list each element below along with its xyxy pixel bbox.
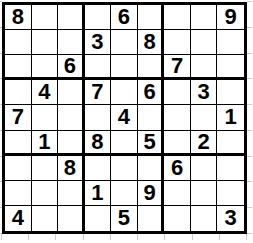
cell-r7c9[interactable]	[217, 156, 244, 181]
cell-r6c9[interactable]	[217, 131, 244, 156]
cell-r9c8[interactable]	[191, 206, 218, 231]
cell-r7c3[interactable]: 8	[58, 156, 85, 181]
cell-r2c9[interactable]	[217, 30, 244, 55]
sudoku-screenshot: 8693867476374118528619453	[0, 0, 253, 243]
cell-r2c6[interactable]: 8	[138, 30, 165, 55]
sudoku-board: 8693867476374118528619453	[2, 2, 247, 234]
cell-r8c7[interactable]	[164, 181, 191, 206]
cell-r6c7[interactable]	[164, 131, 191, 156]
grid-tick-right	[247, 78, 252, 79]
cell-r1c1[interactable]: 8	[5, 5, 32, 30]
cell-r3c5[interactable]	[111, 55, 138, 80]
cell-r4c6[interactable]: 6	[138, 80, 165, 105]
cell-r3c6[interactable]	[138, 55, 165, 80]
cell-r3c1[interactable]	[5, 55, 32, 80]
cell-r3c7[interactable]: 7	[164, 55, 191, 80]
cell-r1c9[interactable]: 9	[217, 5, 244, 30]
cell-r9c5[interactable]: 5	[111, 206, 138, 231]
cell-r8c3[interactable]	[58, 181, 85, 206]
grid-tick-bottom	[110, 234, 111, 240]
grid-tick-right	[247, 104, 252, 105]
cell-r3c8[interactable]	[191, 55, 218, 80]
cell-r4c5[interactable]	[111, 80, 138, 105]
cell-r6c4[interactable]: 8	[85, 131, 112, 156]
cell-r9c2[interactable]	[32, 206, 59, 231]
cell-r1c2[interactable]	[32, 5, 59, 30]
cell-r7c7[interactable]: 6	[164, 156, 191, 181]
cell-r5c7[interactable]	[164, 105, 191, 130]
grid-tick-bottom	[137, 234, 138, 240]
grid-tick-right	[247, 53, 252, 54]
cell-r4c7[interactable]	[164, 80, 191, 105]
cell-r3c9[interactable]	[217, 55, 244, 80]
cell-r8c9[interactable]	[217, 181, 244, 206]
cell-r9c7[interactable]	[164, 206, 191, 231]
cell-r4c4[interactable]: 7	[85, 80, 112, 105]
cell-r4c3[interactable]	[58, 80, 85, 105]
grid-tick-bottom	[164, 234, 165, 240]
cell-r5c9[interactable]: 1	[217, 105, 244, 130]
grid-tick-bottom	[55, 234, 56, 240]
cell-r1c8[interactable]	[191, 5, 218, 30]
cell-r3c4[interactable]	[85, 55, 112, 80]
grid-tick-right	[247, 233, 252, 234]
cell-r3c2[interactable]	[32, 55, 59, 80]
cell-r8c8[interactable]	[191, 181, 218, 206]
cell-r4c9[interactable]	[217, 80, 244, 105]
grid-tick-bottom	[246, 234, 247, 240]
cell-r7c5[interactable]	[111, 156, 138, 181]
cell-r5c3[interactable]	[58, 105, 85, 130]
cell-r2c7[interactable]	[164, 30, 191, 55]
cell-r1c4[interactable]	[85, 5, 112, 30]
cell-r6c6[interactable]: 5	[138, 131, 165, 156]
cell-r2c5[interactable]	[111, 30, 138, 55]
grid-tick-right	[247, 156, 252, 157]
grid-tick-right	[247, 27, 252, 28]
cell-r6c1[interactable]	[5, 131, 32, 156]
grid-tick-bottom	[192, 234, 193, 240]
cell-r7c1[interactable]	[5, 156, 32, 181]
grid-tick-bottom	[83, 234, 84, 240]
cell-r5c8[interactable]	[191, 105, 218, 130]
cell-r6c5[interactable]	[111, 131, 138, 156]
cell-r7c6[interactable]	[138, 156, 165, 181]
cell-r5c6[interactable]	[138, 105, 165, 130]
cell-r6c3[interactable]	[58, 131, 85, 156]
grid-tick-bottom	[28, 234, 29, 240]
cell-r4c2[interactable]: 4	[32, 80, 59, 105]
cell-r5c1[interactable]: 7	[5, 105, 32, 130]
cell-r8c1[interactable]	[5, 181, 32, 206]
cell-r9c3[interactable]	[58, 206, 85, 231]
cell-r2c8[interactable]	[191, 30, 218, 55]
grid-tick-right	[247, 207, 252, 208]
cell-r7c2[interactable]	[32, 156, 59, 181]
grid-tick-right	[247, 181, 252, 182]
cell-r3c3[interactable]: 6	[58, 55, 85, 80]
cell-r8c6[interactable]: 9	[138, 181, 165, 206]
cell-r7c8[interactable]	[191, 156, 218, 181]
grid-tick-right	[247, 130, 252, 131]
grid-tick-bottom	[219, 234, 220, 240]
cell-r1c3[interactable]	[58, 5, 85, 30]
cell-r2c3[interactable]	[58, 30, 85, 55]
cell-r2c1[interactable]	[5, 30, 32, 55]
cell-r5c2[interactable]	[32, 105, 59, 130]
cell-r1c7[interactable]	[164, 5, 191, 30]
cell-r8c2[interactable]	[32, 181, 59, 206]
cell-r9c9[interactable]: 3	[217, 206, 244, 231]
cell-r6c2[interactable]: 1	[32, 131, 59, 156]
cell-r8c5[interactable]	[111, 181, 138, 206]
cell-r4c8[interactable]: 3	[191, 80, 218, 105]
grid-tick-right	[247, 1, 252, 2]
cell-r4c1[interactable]	[5, 80, 32, 105]
cell-r9c6[interactable]	[138, 206, 165, 231]
cell-r7c4[interactable]	[85, 156, 112, 181]
cell-r6c8[interactable]: 2	[191, 131, 218, 156]
cell-r9c1[interactable]: 4	[5, 206, 32, 231]
cell-r5c4[interactable]	[85, 105, 112, 130]
grid-tick-bottom	[1, 234, 2, 240]
cell-r1c6[interactable]	[138, 5, 165, 30]
cell-r2c4[interactable]: 3	[85, 30, 112, 55]
cell-r5c5[interactable]: 4	[111, 105, 138, 130]
cell-r9c4[interactable]	[85, 206, 112, 231]
cell-r2c2[interactable]	[32, 30, 59, 55]
cell-r1c5[interactable]: 6	[111, 5, 138, 30]
cell-r8c4[interactable]: 1	[85, 181, 112, 206]
